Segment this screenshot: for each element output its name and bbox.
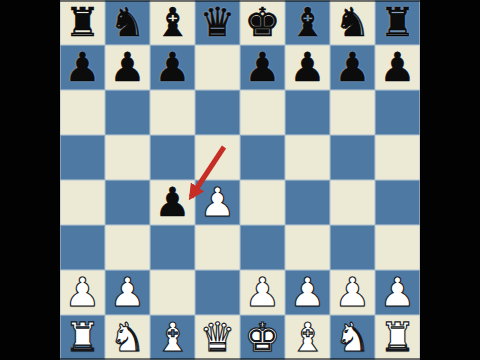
white-king: ♚: [245, 315, 281, 360]
square-e3[interactable]: [240, 225, 285, 270]
square-a2[interactable]: ♟: [60, 270, 105, 315]
square-d7[interactable]: [195, 45, 240, 90]
square-c4[interactable]: ♟: [150, 180, 195, 225]
white-pawn: ♟: [335, 270, 371, 315]
square-g8[interactable]: ♞: [330, 0, 375, 45]
square-d4[interactable]: ♟: [195, 180, 240, 225]
square-a4[interactable]: [60, 180, 105, 225]
white-pawn: ♟: [65, 270, 101, 315]
black-pawn: ♟: [380, 45, 416, 90]
square-g1[interactable]: ♞: [330, 315, 375, 360]
black-pawn: ♟: [155, 45, 191, 90]
square-g6[interactable]: [330, 90, 375, 135]
white-pawn: ♟: [200, 180, 236, 225]
black-pawn: ♟: [155, 180, 191, 225]
square-f8[interactable]: ♝: [285, 0, 330, 45]
square-a3[interactable]: [60, 225, 105, 270]
black-bishop: ♝: [290, 0, 326, 45]
square-e4[interactable]: [240, 180, 285, 225]
square-b4[interactable]: [105, 180, 150, 225]
square-h4[interactable]: [375, 180, 420, 225]
square-h3[interactable]: [375, 225, 420, 270]
square-a6[interactable]: [60, 90, 105, 135]
white-pawn: ♟: [245, 270, 281, 315]
square-f2[interactable]: ♟: [285, 270, 330, 315]
black-pawn: ♟: [110, 45, 146, 90]
square-f7[interactable]: ♟: [285, 45, 330, 90]
square-d8[interactable]: ♛: [195, 0, 240, 45]
square-b2[interactable]: ♟: [105, 270, 150, 315]
square-a5[interactable]: [60, 135, 105, 180]
square-d5[interactable]: [195, 135, 240, 180]
square-g7[interactable]: ♟: [330, 45, 375, 90]
square-d1[interactable]: ♛: [195, 315, 240, 360]
square-f1[interactable]: ♝: [285, 315, 330, 360]
white-knight: ♞: [335, 315, 371, 360]
square-h1[interactable]: ♜: [375, 315, 420, 360]
square-h2[interactable]: ♟: [375, 270, 420, 315]
square-c5[interactable]: [150, 135, 195, 180]
square-d6[interactable]: [195, 90, 240, 135]
square-h6[interactable]: [375, 90, 420, 135]
chess-board: ♜♞♝♛♚♝♞♜♟♟♟♟♟♟♟♟♟♟♟♟♟♟♟♜♞♝♛♚♝♞♜: [60, 0, 420, 360]
white-bishop: ♝: [155, 315, 191, 360]
square-f5[interactable]: [285, 135, 330, 180]
black-rook: ♜: [380, 0, 416, 45]
white-pawn: ♟: [290, 270, 326, 315]
white-bishop: ♝: [290, 315, 326, 360]
white-knight: ♞: [110, 315, 146, 360]
letterbox-right: [420, 0, 480, 360]
square-g4[interactable]: [330, 180, 375, 225]
square-c7[interactable]: ♟: [150, 45, 195, 90]
square-g2[interactable]: ♟: [330, 270, 375, 315]
video-frame: ♜♞♝♛♚♝♞♜♟♟♟♟♟♟♟♟♟♟♟♟♟♟♟♜♞♝♛♚♝♞♜: [0, 0, 480, 360]
square-c8[interactable]: ♝: [150, 0, 195, 45]
black-rook: ♜: [65, 0, 101, 45]
square-e7[interactable]: ♟: [240, 45, 285, 90]
black-pawn: ♟: [290, 45, 326, 90]
square-b1[interactable]: ♞: [105, 315, 150, 360]
black-pawn: ♟: [245, 45, 281, 90]
square-h7[interactable]: ♟: [375, 45, 420, 90]
black-pawn: ♟: [65, 45, 101, 90]
square-e2[interactable]: ♟: [240, 270, 285, 315]
square-a1[interactable]: ♜: [60, 315, 105, 360]
square-c3[interactable]: [150, 225, 195, 270]
square-a7[interactable]: ♟: [60, 45, 105, 90]
square-h8[interactable]: ♜: [375, 0, 420, 45]
black-knight: ♞: [335, 0, 371, 45]
white-rook: ♜: [380, 315, 416, 360]
letterbox-left: [0, 0, 60, 360]
square-c6[interactable]: [150, 90, 195, 135]
square-e8[interactable]: ♚: [240, 0, 285, 45]
white-rook: ♜: [65, 315, 101, 360]
square-b7[interactable]: ♟: [105, 45, 150, 90]
square-c1[interactable]: ♝: [150, 315, 195, 360]
white-queen: ♛: [200, 315, 236, 360]
black-pawn: ♟: [335, 45, 371, 90]
square-e5[interactable]: [240, 135, 285, 180]
square-b8[interactable]: ♞: [105, 0, 150, 45]
square-b6[interactable]: [105, 90, 150, 135]
square-f6[interactable]: [285, 90, 330, 135]
square-d2[interactable]: [195, 270, 240, 315]
black-queen: ♛: [200, 0, 236, 45]
black-king: ♚: [245, 0, 281, 45]
square-g5[interactable]: [330, 135, 375, 180]
square-d3[interactable]: [195, 225, 240, 270]
square-g3[interactable]: [330, 225, 375, 270]
square-b3[interactable]: [105, 225, 150, 270]
square-e6[interactable]: [240, 90, 285, 135]
square-f4[interactable]: [285, 180, 330, 225]
square-a8[interactable]: ♜: [60, 0, 105, 45]
square-c2[interactable]: [150, 270, 195, 315]
white-pawn: ♟: [110, 270, 146, 315]
square-h5[interactable]: [375, 135, 420, 180]
white-pawn: ♟: [380, 270, 416, 315]
black-knight: ♞: [110, 0, 146, 45]
square-e1[interactable]: ♚: [240, 315, 285, 360]
black-bishop: ♝: [155, 0, 191, 45]
square-b5[interactable]: [105, 135, 150, 180]
square-f3[interactable]: [285, 225, 330, 270]
